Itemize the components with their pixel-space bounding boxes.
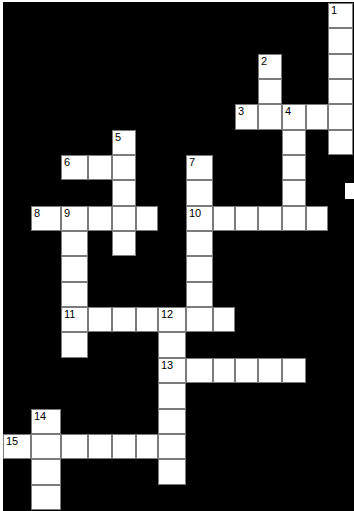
- cell-r10-c7[interactable]: [186, 256, 213, 281]
- cell-r5-c11[interactable]: [282, 130, 306, 155]
- clue-number-3: 3: [238, 105, 244, 118]
- cell-r7-c11[interactable]: [282, 180, 306, 205]
- cell-r11-c2[interactable]: [61, 282, 88, 307]
- cell-r4-c12[interactable]: [306, 104, 328, 129]
- cell-r2-c13[interactable]: [328, 54, 353, 79]
- clue-number-8: 8: [34, 207, 40, 220]
- clue-number-14: 14: [34, 410, 46, 423]
- clue-number-2: 2: [261, 55, 267, 68]
- clue-number-1: 1: [331, 4, 337, 17]
- cell-r7-c7[interactable]: [186, 180, 213, 205]
- cell-r8-c2[interactable]: 9: [61, 206, 88, 231]
- cell-r8-c8[interactable]: [213, 206, 235, 231]
- cell-r4-c11[interactable]: 4: [282, 104, 306, 129]
- cell-r14-c11[interactable]: [282, 358, 306, 383]
- cell-r17-c3[interactable]: [88, 434, 112, 459]
- cell-r14-c8[interactable]: [213, 358, 235, 383]
- clue-number-15: 15: [6, 435, 18, 448]
- cell-r7-c4[interactable]: [112, 180, 136, 205]
- cell-r8-c7[interactable]: 10: [186, 206, 213, 231]
- clue-number-9: 9: [64, 207, 70, 220]
- cell-r12-c2[interactable]: 11: [61, 307, 88, 332]
- cell-r12-c6[interactable]: 12: [158, 307, 186, 332]
- clue-number-11: 11: [64, 308, 75, 321]
- cell-r10-c2[interactable]: [61, 256, 88, 281]
- cell-r6-c7[interactable]: 7: [186, 155, 213, 180]
- cell-r14-c9[interactable]: [235, 358, 258, 383]
- cell-r8-c4[interactable]: [112, 206, 136, 231]
- clue-number-5: 5: [115, 131, 121, 144]
- cell-r8-c10[interactable]: [258, 206, 282, 231]
- cell-r12-c3[interactable]: [88, 307, 112, 332]
- clue-number-10: 10: [189, 207, 201, 220]
- cell-r14-c7[interactable]: [186, 358, 213, 383]
- cell-r14-c10[interactable]: [258, 358, 282, 383]
- crossword-grid: 123456789101112131415: [3, 3, 353, 510]
- cell-r8-c11[interactable]: [282, 206, 306, 231]
- cell-r8-c12[interactable]: [306, 206, 328, 231]
- cell-r0-c13[interactable]: 1: [328, 3, 353, 28]
- cell-r9-c2[interactable]: [61, 231, 88, 256]
- edge-artifact-cell: [345, 183, 354, 199]
- cell-r17-c2[interactable]: [61, 434, 88, 459]
- cell-r12-c5[interactable]: [136, 307, 158, 332]
- cell-r13-c2[interactable]: [61, 332, 88, 357]
- cell-r17-c1[interactable]: [31, 434, 61, 459]
- cell-r8-c9[interactable]: [235, 206, 258, 231]
- cell-r8-c1[interactable]: 8: [31, 206, 61, 231]
- cell-r6-c3[interactable]: [88, 155, 112, 180]
- cell-r6-c2[interactable]: 6: [61, 155, 88, 180]
- cell-r3-c13[interactable]: [328, 79, 353, 104]
- cell-r13-c6[interactable]: [158, 332, 186, 357]
- clue-number-12: 12: [161, 308, 173, 321]
- cell-r6-c4[interactable]: [112, 155, 136, 180]
- cell-r5-c13[interactable]: [328, 130, 353, 155]
- cell-r9-c4[interactable]: [112, 231, 136, 256]
- cell-r12-c8[interactable]: [213, 307, 235, 332]
- clue-number-13: 13: [161, 359, 173, 372]
- cell-r17-c5[interactable]: [136, 434, 158, 459]
- page: 123456789101112131415: [0, 0, 354, 511]
- cell-r1-c13[interactable]: [328, 28, 353, 53]
- cell-r17-c4[interactable]: [112, 434, 136, 459]
- clue-number-6: 6: [64, 156, 70, 169]
- cell-r4-c10[interactable]: [258, 104, 282, 129]
- cell-r17-c0[interactable]: 15: [3, 434, 31, 459]
- cell-r8-c5[interactable]: [136, 206, 158, 231]
- cell-r11-c7[interactable]: [186, 282, 213, 307]
- crossword-board: 123456789101112131415: [3, 2, 354, 511]
- cell-r4-c13[interactable]: [328, 104, 353, 129]
- cell-r4-c9[interactable]: 3: [235, 104, 258, 129]
- cell-r14-c6[interactable]: 13: [158, 358, 186, 383]
- cell-r2-c10[interactable]: 2: [258, 54, 282, 79]
- cell-r8-c3[interactable]: [88, 206, 112, 231]
- cell-r3-c10[interactable]: [258, 79, 282, 104]
- cell-r6-c11[interactable]: [282, 155, 306, 180]
- cell-r12-c4[interactable]: [112, 307, 136, 332]
- cell-r12-c7[interactable]: [186, 307, 213, 332]
- clue-number-4: 4: [285, 105, 291, 118]
- cell-r18-c1[interactable]: [31, 459, 61, 484]
- cell-r15-c6[interactable]: [158, 383, 186, 408]
- cell-r16-c6[interactable]: [158, 409, 186, 434]
- cell-r9-c7[interactable]: [186, 231, 213, 256]
- clue-number-7: 7: [189, 156, 195, 169]
- cell-r16-c1[interactable]: 14: [31, 409, 61, 434]
- cell-r19-c1[interactable]: [31, 485, 61, 510]
- cell-r17-c6[interactable]: [158, 434, 186, 459]
- cell-r18-c6[interactable]: [158, 459, 186, 484]
- cell-r5-c4[interactable]: 5: [112, 130, 136, 155]
